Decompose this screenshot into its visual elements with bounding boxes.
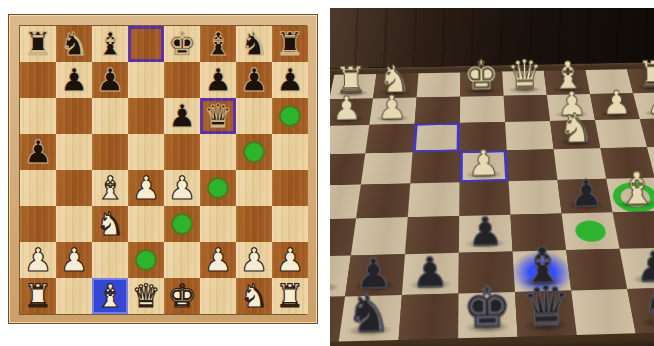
black-pawn-c7[interactable]: ♟ — [92, 62, 128, 98]
black-knight-b8[interactable]: ♞ — [634, 278, 654, 333]
white-bishop-b5[interactable]: ♝ — [611, 164, 654, 213]
square-f8[interactable] — [399, 293, 459, 340]
square-e2[interactable] — [164, 242, 200, 278]
board-frame-2d: ♜♞♝♚♝♞♜♟♟♟♟♟♟♛♟♝♟♟♞♟♟♟♟♟♜♝♛♚♞♜ — [8, 14, 318, 324]
black-rook-h8[interactable]: ♜ — [330, 289, 339, 343]
square-e2[interactable] — [460, 96, 505, 123]
square-b7[interactable]: ♟ — [56, 62, 92, 98]
square-a7[interactable] — [20, 62, 56, 98]
square-f8[interactable]: ♝ — [200, 26, 236, 62]
square-g3[interactable] — [365, 124, 414, 154]
square-c3[interactable]: ♞ — [92, 206, 128, 242]
square-d1[interactable]: ♛ — [128, 278, 164, 314]
square-b5[interactable] — [56, 134, 92, 170]
square-d2[interactable] — [504, 95, 551, 122]
square-g2[interactable]: ♟ — [369, 98, 416, 125]
square-g1[interactable]: ♞ — [236, 278, 272, 314]
square-g3[interactable] — [236, 206, 272, 242]
legal-move-dot[interactable] — [245, 143, 263, 161]
black-knight-g8[interactable]: ♞ — [236, 26, 272, 62]
square-c8[interactable]: ♝ — [92, 26, 128, 62]
square-f6[interactable]: ♛ — [200, 98, 236, 134]
square-a2[interactable]: ♟ — [20, 242, 56, 278]
square-d8[interactable] — [128, 26, 164, 62]
black-knight-g8[interactable]: ♞ — [338, 286, 399, 342]
square-h6[interactable] — [272, 98, 308, 134]
square-g2[interactable]: ♟ — [236, 242, 272, 278]
black-queen-d8[interactable]: ♛ — [516, 277, 576, 336]
square-b2[interactable]: ♟ — [56, 242, 92, 278]
white-knight-c3[interactable]: ♞ — [552, 106, 599, 150]
square-c5[interactable]: ♟ — [557, 179, 612, 214]
black-pawn-e6[interactable]: ♟ — [458, 210, 512, 253]
square-f2[interactable]: ♟ — [200, 242, 236, 278]
square-d2[interactable] — [128, 242, 164, 278]
square-d8[interactable]: ♛ — [515, 290, 577, 336]
square-d4[interactable]: ♟ — [128, 170, 164, 206]
white-pawn-a2[interactable]: ♟ — [639, 84, 654, 120]
square-b6[interactable] — [56, 98, 92, 134]
square-g4[interactable] — [361, 152, 413, 184]
white-queen-d1[interactable]: ♛ — [503, 54, 547, 97]
legal-move-dot[interactable] — [173, 215, 191, 233]
square-c6[interactable] — [92, 98, 128, 134]
square-f4[interactable] — [200, 170, 236, 206]
square-c6[interactable] — [562, 212, 620, 250]
square-h2[interactable]: ♟ — [272, 242, 308, 278]
legal-move-dot[interactable] — [281, 107, 299, 125]
square-e6[interactable]: ♟ — [459, 215, 513, 253]
black-pawn-b7[interactable]: ♟ — [56, 62, 92, 98]
square-e1[interactable]: ♚ — [164, 278, 200, 314]
square-f3[interactable] — [200, 206, 236, 242]
square-e8[interactable]: ♚ — [458, 292, 517, 338]
square-b3[interactable] — [595, 119, 647, 148]
square-g8[interactable]: ♞ — [236, 26, 272, 62]
square-c3[interactable]: ♞ — [550, 120, 600, 149]
square-c5[interactable] — [92, 134, 128, 170]
white-knight-c3[interactable]: ♞ — [92, 206, 128, 242]
black-pawn-g7[interactable]: ♟ — [236, 62, 272, 98]
square-e4[interactable]: ♟ — [164, 170, 200, 206]
black-rook-h8[interactable]: ♜ — [272, 26, 308, 62]
legal-move-dot[interactable] — [209, 179, 227, 197]
black-rook-a8[interactable]: ♜ — [20, 26, 56, 62]
square-b8[interactable]: ♞ — [56, 26, 92, 62]
square-f7[interactable]: ♟ — [200, 62, 236, 98]
square-e5[interactable] — [164, 134, 200, 170]
white-pawn-a2[interactable]: ♟ — [20, 242, 56, 278]
square-e1[interactable]: ♚ — [460, 72, 503, 97]
square-e3[interactable] — [164, 206, 200, 242]
square-h5[interactable] — [272, 134, 308, 170]
white-knight-g1[interactable]: ♞ — [236, 278, 272, 314]
black-bishop-c8[interactable]: ♝ — [92, 26, 128, 62]
square-c8[interactable] — [571, 289, 636, 335]
square-b5[interactable]: ♝ — [606, 178, 654, 212]
white-rook-h1[interactable]: ♜ — [272, 278, 308, 314]
square-a6[interactable] — [20, 98, 56, 134]
black-bishop-f8[interactable]: ♝ — [200, 26, 236, 62]
black-pawn-f7[interactable]: ♟ — [401, 250, 458, 295]
square-e4[interactable]: ♟ — [459, 150, 508, 182]
square-h3[interactable] — [272, 206, 308, 242]
square-h4[interactable] — [272, 170, 308, 206]
square-d1[interactable]: ♛ — [502, 71, 547, 96]
white-pawn-h2[interactable]: ♟ — [272, 242, 308, 278]
white-king-e1[interactable]: ♚ — [164, 278, 200, 314]
square-a8[interactable]: ♜ — [20, 26, 56, 62]
white-pawn-g2[interactable]: ♟ — [236, 242, 272, 278]
square-e6[interactable]: ♟ — [164, 98, 200, 134]
square-d4[interactable] — [507, 149, 558, 181]
square-f1[interactable] — [200, 278, 236, 314]
square-f5[interactable] — [408, 182, 460, 217]
square-h4[interactable] — [330, 153, 365, 185]
black-pawn-h7[interactable]: ♟ — [272, 62, 308, 98]
square-g5[interactable] — [356, 183, 410, 218]
square-a5[interactable]: ♟ — [20, 134, 56, 170]
square-g5[interactable] — [236, 134, 272, 170]
black-king-e8[interactable]: ♚ — [457, 279, 517, 338]
white-bishop-c1[interactable]: ♝ — [92, 278, 128, 314]
square-g7[interactable]: ♟ — [236, 62, 272, 98]
square-c4[interactable]: ♝ — [92, 170, 128, 206]
square-b1[interactable] — [56, 278, 92, 314]
square-g4[interactable] — [236, 170, 272, 206]
square-f1[interactable] — [417, 72, 461, 97]
legal-move-dot[interactable] — [573, 220, 606, 242]
square-h3[interactable] — [330, 125, 369, 155]
white-king-e1[interactable]: ♚ — [459, 54, 503, 97]
square-h2[interactable]: ♟ — [330, 98, 373, 125]
legal-move-dot[interactable] — [137, 251, 155, 269]
white-rook-a1[interactable]: ♜ — [20, 278, 56, 314]
white-pawn-f2[interactable]: ♟ — [200, 242, 236, 278]
square-d5[interactable] — [509, 180, 562, 215]
square-e8[interactable]: ♚ — [164, 26, 200, 62]
white-queen-d1[interactable]: ♛ — [128, 278, 164, 314]
square-c7[interactable] — [566, 249, 627, 291]
white-pawn-e4[interactable]: ♟ — [459, 143, 509, 182]
square-e7[interactable] — [164, 62, 200, 98]
square-g6[interactable] — [236, 98, 272, 134]
chess-board-2d[interactable]: ♜♞♝♚♝♞♜♟♟♟♟♟♟♛♟♝♟♟♞♟♟♟♟♟♜♝♛♚♞♜ — [19, 25, 307, 315]
square-c7[interactable]: ♟ — [92, 62, 128, 98]
square-b4[interactable] — [56, 170, 92, 206]
board-3d-panel: ♜♞♚♛♝♜♟♟♟♟♟♞♟♟♝♟♟♟♟♝♟♟♜♞♚♛♞♜ — [330, 8, 654, 346]
black-pawn-e6[interactable]: ♟ — [164, 98, 200, 134]
square-a4[interactable] — [20, 170, 56, 206]
board-2d-panel: ♜♞♝♚♝♞♜♟♟♟♟♟♟♛♟♝♟♟♞♟♟♟♟♟♜♝♛♚♞♜ — [8, 14, 318, 324]
black-queen-f6[interactable]: ♛ — [200, 98, 236, 134]
black-pawn-c5[interactable]: ♟ — [560, 173, 612, 214]
black-pawn-a5[interactable]: ♟ — [20, 134, 56, 170]
white-bishop-c4[interactable]: ♝ — [92, 170, 128, 206]
square-f4[interactable] — [410, 151, 459, 183]
white-pawn-h2[interactable]: ♟ — [330, 90, 370, 126]
black-pawn-f7[interactable]: ♟ — [200, 62, 236, 98]
square-f5[interactable] — [200, 134, 236, 170]
chess-board-3d[interactable]: ♜♞♚♛♝♜♟♟♟♟♟♞♟♟♝♟♟♟♟♝♟♟♜♞♚♛♞♜ — [330, 62, 654, 346]
square-d5[interactable] — [128, 134, 164, 170]
white-pawn-e4[interactable]: ♟ — [164, 170, 200, 206]
square-c2[interactable] — [92, 242, 128, 278]
square-c1[interactable]: ♝ — [92, 278, 128, 314]
square-a1[interactable]: ♜ — [20, 278, 56, 314]
white-pawn-b2[interactable]: ♟ — [56, 242, 92, 278]
white-pawn-g2[interactable]: ♟ — [369, 89, 415, 125]
screenshot: ♜♞♝♚♝♞♜♟♟♟♟♟♟♛♟♝♟♟♞♟♟♟♟♟♜♝♛♚♞♜ ♜♞♚♛♝♜♟♟♟… — [0, 0, 654, 346]
square-h1[interactable]: ♜ — [272, 278, 308, 314]
square-a3[interactable] — [20, 206, 56, 242]
square-d3[interactable] — [128, 206, 164, 242]
square-f7[interactable]: ♟ — [402, 253, 459, 295]
square-g8[interactable]: ♞ — [339, 295, 402, 342]
white-pawn-d4[interactable]: ♟ — [128, 170, 164, 206]
square-h8[interactable]: ♜ — [272, 26, 308, 62]
square-d3[interactable] — [505, 121, 554, 150]
square-d6[interactable] — [128, 98, 164, 134]
black-knight-b8[interactable]: ♞ — [56, 26, 92, 62]
square-b3[interactable] — [56, 206, 92, 242]
square-f2[interactable] — [415, 97, 460, 124]
black-king-e8[interactable]: ♚ — [164, 26, 200, 62]
square-f3[interactable] — [413, 123, 460, 152]
square-h7[interactable]: ♟ — [272, 62, 308, 98]
square-d7[interactable] — [128, 62, 164, 98]
white-pawn-b2[interactable]: ♟ — [594, 85, 639, 121]
